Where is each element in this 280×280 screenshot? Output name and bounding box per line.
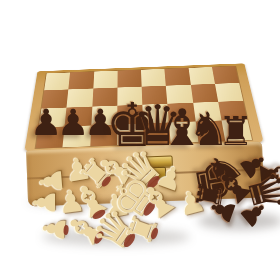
- board-square: [69, 72, 94, 90]
- board-square: [141, 69, 166, 87]
- board-square: [188, 67, 215, 85]
- board-square: [117, 70, 141, 88]
- board-square: [44, 72, 70, 90]
- board-square: [212, 66, 239, 84]
- board-square: [165, 68, 191, 86]
- chess-set-photo: ♟♟♟♚♛♝♞♜ ♟♟♜♝♛♟♟♟♝♟♚♝♟♝♛♜♟♚♞♟♝♜♝♛♟♟: [0, 0, 280, 280]
- board-square: [215, 83, 243, 102]
- board-square: [93, 71, 118, 89]
